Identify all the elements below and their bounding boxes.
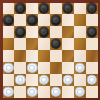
square-r2c3[interactable] bbox=[26, 14, 38, 26]
square-r8c1[interactable] bbox=[3, 86, 15, 98]
white-man-r8c3[interactable] bbox=[27, 86, 37, 96]
black-man-r1c8[interactable] bbox=[86, 3, 96, 13]
square-r6c5[interactable] bbox=[50, 62, 62, 74]
square-r1c1 bbox=[3, 3, 15, 15]
square-r1c6[interactable] bbox=[62, 3, 74, 15]
square-r1c2[interactable] bbox=[14, 3, 26, 15]
square-r2c1[interactable] bbox=[3, 14, 15, 26]
black-man-r1c6[interactable] bbox=[63, 3, 73, 13]
square-r8c6 bbox=[62, 86, 74, 98]
square-r5c2[interactable] bbox=[14, 50, 26, 62]
square-r5c5 bbox=[50, 50, 62, 62]
square-r4c7[interactable] bbox=[74, 38, 86, 50]
black-man-r3c8[interactable] bbox=[86, 27, 96, 37]
square-r7c3 bbox=[26, 74, 38, 86]
square-r1c8[interactable] bbox=[86, 3, 98, 15]
black-man-r1c2[interactable] bbox=[15, 3, 25, 13]
square-r3c2[interactable] bbox=[14, 26, 26, 38]
square-r7c5 bbox=[50, 74, 62, 86]
square-r2c8 bbox=[86, 14, 98, 26]
square-r3c8[interactable] bbox=[86, 26, 98, 38]
square-r5c7 bbox=[74, 50, 86, 62]
white-man-r7c8[interactable] bbox=[86, 74, 96, 84]
square-r4c8 bbox=[86, 38, 98, 50]
square-r8c7[interactable] bbox=[74, 86, 86, 98]
white-man-r8c5[interactable] bbox=[51, 86, 61, 96]
square-r5c4[interactable] bbox=[38, 50, 50, 62]
square-r6c1[interactable] bbox=[3, 62, 15, 74]
black-man-r2c1[interactable] bbox=[3, 15, 13, 25]
square-r5c3 bbox=[26, 50, 38, 62]
square-r5c1 bbox=[3, 50, 15, 62]
square-r2c7[interactable] bbox=[74, 14, 86, 26]
square-r6c2 bbox=[14, 62, 26, 74]
square-r6c7[interactable] bbox=[74, 62, 86, 74]
square-r6c8 bbox=[86, 62, 98, 74]
square-r1c3 bbox=[26, 3, 38, 15]
square-r7c4[interactable] bbox=[38, 74, 50, 86]
square-r3c5 bbox=[50, 26, 62, 38]
black-man-r3c2[interactable] bbox=[15, 27, 25, 37]
square-r8c4 bbox=[38, 86, 50, 98]
square-r7c8[interactable] bbox=[86, 74, 98, 86]
square-r2c6 bbox=[62, 14, 74, 26]
white-man-r6c7[interactable] bbox=[74, 63, 84, 73]
square-r7c7 bbox=[74, 74, 86, 86]
white-man-r6c1[interactable] bbox=[3, 63, 13, 73]
square-r3c6[interactable] bbox=[62, 26, 74, 38]
white-man-r7c4[interactable] bbox=[39, 74, 49, 84]
square-r6c4 bbox=[38, 62, 50, 74]
square-r2c5[interactable] bbox=[50, 14, 62, 26]
white-man-r7c2[interactable] bbox=[15, 74, 25, 84]
square-r4c1[interactable] bbox=[3, 38, 15, 50]
black-man-r1c4[interactable] bbox=[39, 3, 49, 13]
checkers-board bbox=[3, 3, 98, 98]
black-man-r2c3[interactable] bbox=[27, 15, 37, 25]
square-r2c2 bbox=[14, 14, 26, 26]
square-r7c6[interactable] bbox=[62, 74, 74, 86]
black-man-r4c5[interactable] bbox=[51, 39, 61, 49]
square-r5c6[interactable] bbox=[62, 50, 74, 62]
square-r4c3[interactable] bbox=[26, 38, 38, 50]
square-r8c3[interactable] bbox=[26, 86, 38, 98]
square-r5c8[interactable] bbox=[86, 50, 98, 62]
square-r6c3[interactable] bbox=[26, 62, 38, 74]
square-r7c1 bbox=[3, 74, 15, 86]
square-r3c4[interactable] bbox=[38, 26, 50, 38]
white-man-r6c3[interactable] bbox=[27, 63, 37, 73]
square-r7c2[interactable] bbox=[14, 74, 26, 86]
square-r3c1 bbox=[3, 26, 15, 38]
black-man-r3c4[interactable] bbox=[39, 27, 49, 37]
square-r1c7 bbox=[74, 3, 86, 15]
square-r8c2 bbox=[14, 86, 26, 98]
square-r1c5 bbox=[50, 3, 62, 15]
white-man-r8c7[interactable] bbox=[74, 86, 84, 96]
square-r4c4 bbox=[38, 38, 50, 50]
white-man-r7c6[interactable] bbox=[63, 74, 73, 84]
square-r3c3 bbox=[26, 26, 38, 38]
square-r2c4 bbox=[38, 14, 50, 26]
board-frame bbox=[0, 0, 100, 100]
square-r4c5[interactable] bbox=[50, 38, 62, 50]
square-r4c2 bbox=[14, 38, 26, 50]
white-man-r8c1[interactable] bbox=[3, 86, 13, 96]
square-r3c7 bbox=[74, 26, 86, 38]
square-r4c6 bbox=[62, 38, 74, 50]
square-r6c6 bbox=[62, 62, 74, 74]
square-r1c4[interactable] bbox=[38, 3, 50, 15]
black-man-r2c5[interactable] bbox=[51, 15, 61, 25]
square-r8c8 bbox=[86, 86, 98, 98]
square-r8c5[interactable] bbox=[50, 86, 62, 98]
